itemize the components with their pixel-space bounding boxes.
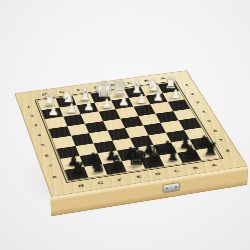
coord-label: D [147,169,170,179]
coord-label: 7 [42,160,59,173]
coord-label: F [109,175,131,185]
piece-black-knight-g8: ♞ [87,157,107,175]
chess-board[interactable]: HGFEDCBA HGFEDCBA 12345678 12345678 ♜♞♝♚… [14,70,247,197]
square-g5 [71,133,94,146]
metal-clasp-icon [163,183,178,192]
coord-label: 5 [34,139,51,151]
coord-label: 6 [38,149,55,161]
coord-label: 8 [218,144,237,156]
piece-black-bishop-f8: ♝ [106,153,126,172]
coord-label: 3 [27,120,43,131]
coord-label: 8 [46,170,64,183]
piece-black-king-e8: ♚ [125,145,145,169]
coord-label: C [166,166,189,176]
coord-label: E [128,172,151,182]
piece-black-rook-a8: ♜ [200,141,219,158]
coord-label: G [89,178,111,188]
piece-black-bishop-c8: ♝ [163,144,182,163]
coord-label: B [184,163,207,173]
photo-background: HGFEDCBA HGFEDCBA 12345678 12345678 ♜♞♝♚… [0,0,250,250]
coord-label: A [203,160,226,170]
coord-label: H [70,181,92,191]
piece-black-rook-h8: ♜ [68,161,88,178]
coord-label: 4 [31,129,48,141]
piece-black-knight-b8: ♞ [182,143,201,161]
